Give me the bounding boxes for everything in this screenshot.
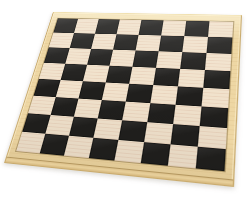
board-grid	[16, 18, 233, 171]
square-h4	[202, 88, 230, 108]
square-e5	[129, 67, 156, 85]
square-g8	[184, 21, 209, 37]
square-h2	[198, 126, 227, 149]
square-h8	[208, 21, 233, 37]
square-f2	[144, 122, 173, 144]
square-g6	[180, 52, 206, 70]
square-g5	[178, 69, 205, 88]
square-f4	[150, 85, 178, 105]
square-h5	[203, 70, 230, 89]
square-g3	[173, 105, 201, 126]
square-e4	[126, 84, 153, 103]
square-d4	[102, 82, 129, 101]
square-h6	[205, 53, 231, 71]
square-d5	[106, 66, 133, 84]
square-e6	[132, 50, 158, 67]
square-g7	[182, 36, 208, 53]
square-g1	[168, 144, 198, 168]
square-d7	[113, 34, 138, 50]
square-f3	[147, 103, 175, 124]
square-d3	[98, 100, 126, 120]
square-g4	[176, 86, 204, 106]
square-e3	[122, 102, 150, 123]
square-f5	[153, 68, 180, 87]
product-photo-canvas	[0, 0, 250, 200]
square-d8	[117, 20, 142, 35]
square-f1	[141, 142, 171, 166]
wooden-frame	[4, 12, 242, 187]
square-h7	[207, 37, 233, 54]
square-e7	[136, 35, 162, 51]
square-f7	[159, 36, 185, 53]
square-f8	[161, 20, 186, 36]
square-f6	[156, 51, 182, 69]
square-e1	[114, 140, 144, 163]
square-e8	[139, 20, 164, 36]
square-h1	[196, 147, 226, 172]
game-board	[4, 12, 242, 187]
square-e2	[118, 120, 147, 142]
square-h3	[200, 106, 229, 128]
square-d6	[109, 50, 135, 67]
square-g2	[171, 124, 200, 147]
